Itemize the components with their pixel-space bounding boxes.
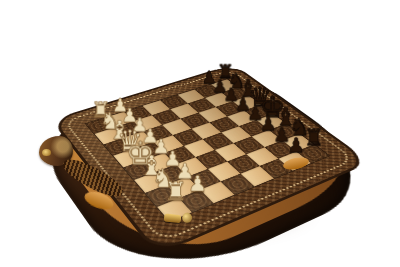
brass-latch	[163, 210, 194, 227]
brass-glint	[42, 149, 51, 156]
chess-board: ♜♞♝♛♚♝♞♜♟♟♟♟♟♟♟♟♟♟♟♟♟♟♟♟♜♞♝♛♚♝♞♜	[50, 64, 370, 255]
latch-plate	[164, 213, 182, 223]
latch-hook	[182, 212, 193, 223]
chess-set-scene: ♜♞♝♛♚♝♞♜♟♟♟♟♟♟♟♟♟♟♟♟♟♟♟♟♜♞♝♛♚♝♞♜	[0, 0, 400, 267]
product-photo: ♜♞♝♛♚♝♞♜♟♟♟♟♟♟♟♟♟♟♟♟♟♟♟♟♜♞♝♛♚♝♞♜	[0, 0, 400, 267]
